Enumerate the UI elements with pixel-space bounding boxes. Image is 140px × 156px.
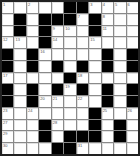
clue-number: 31 bbox=[78, 143, 82, 148]
crossword-cell-white[interactable] bbox=[114, 84, 125, 95]
crossword-cell-white[interactable] bbox=[39, 108, 50, 119]
crossword-cell-white[interactable]: 9 bbox=[52, 26, 63, 37]
crossword-cell-white[interactable]: 27 bbox=[2, 120, 13, 131]
clue-number: 13 bbox=[15, 37, 19, 42]
crossword-cell-white[interactable]: 18 bbox=[77, 73, 88, 84]
crossword-cell-black bbox=[114, 131, 125, 142]
crossword-cell-white[interactable] bbox=[114, 143, 125, 154]
crossword-cell-white[interactable] bbox=[89, 84, 100, 95]
crossword-cell-white[interactable] bbox=[39, 2, 50, 13]
clue-number: 23 bbox=[3, 108, 7, 113]
crossword-cell-white[interactable] bbox=[114, 108, 125, 119]
crossword-cell-black bbox=[102, 61, 113, 72]
crossword-cell-black bbox=[89, 108, 100, 119]
clue-number: 15 bbox=[90, 37, 94, 42]
crossword-cell-black bbox=[2, 61, 13, 72]
crossword-cell-white[interactable] bbox=[114, 26, 125, 37]
crossword-cell-white[interactable] bbox=[64, 37, 75, 48]
crossword-cell-black bbox=[127, 96, 138, 107]
crossword-cell-white[interactable]: 14 bbox=[52, 37, 63, 48]
crossword-cell-black bbox=[14, 14, 25, 25]
crossword-cell-white[interactable]: 11 bbox=[102, 26, 113, 37]
clue-number: 26 bbox=[128, 108, 132, 113]
crossword-cell-white[interactable] bbox=[39, 61, 50, 72]
crossword-cell-black bbox=[52, 143, 63, 154]
crossword-cell-white[interactable] bbox=[77, 120, 88, 131]
clue-number: 19 bbox=[65, 84, 69, 89]
crossword-cell-white[interactable]: 1 bbox=[2, 2, 13, 13]
crossword-cell-white[interactable] bbox=[27, 131, 38, 142]
crossword-cell-white[interactable] bbox=[64, 61, 75, 72]
crossword-cell-white[interactable] bbox=[64, 120, 75, 131]
crossword-cell-black bbox=[77, 84, 88, 95]
crossword-cell-white[interactable] bbox=[52, 108, 63, 119]
crossword-cell-black bbox=[64, 14, 75, 25]
clue-number: 27 bbox=[3, 120, 7, 125]
clue-number: 21 bbox=[53, 96, 57, 101]
clue-number: 12 bbox=[3, 37, 7, 42]
crossword-cell-black bbox=[102, 96, 113, 107]
crossword-cell-white[interactable]: 22 bbox=[77, 96, 88, 107]
crossword-cell-white[interactable] bbox=[39, 143, 50, 154]
crossword-cell-black bbox=[64, 2, 75, 13]
clue-number: 3 bbox=[90, 2, 92, 7]
crossword-cell-white[interactable] bbox=[52, 2, 63, 13]
crossword-cell-black bbox=[64, 143, 75, 154]
clue-number: 28 bbox=[53, 120, 57, 125]
clue-number: 30 bbox=[3, 143, 7, 148]
crossword-cell-white[interactable]: 3 bbox=[89, 2, 100, 13]
crossword-cell-white[interactable]: 16 bbox=[39, 49, 50, 60]
crossword-cell-black bbox=[27, 84, 38, 95]
crossword-cell-black bbox=[52, 84, 63, 95]
clue-number: 22 bbox=[78, 96, 82, 101]
clue-number: 20 bbox=[40, 96, 44, 101]
clue-number: 25 bbox=[103, 108, 107, 113]
crossword-cell-white[interactable] bbox=[127, 131, 138, 142]
crossword-cell-white[interactable]: 15 bbox=[89, 37, 100, 48]
crossword-cell-white[interactable] bbox=[127, 14, 138, 25]
crossword-cell-white[interactable] bbox=[127, 26, 138, 37]
crossword-cell-white[interactable] bbox=[14, 143, 25, 154]
crossword-cell-white[interactable] bbox=[102, 37, 113, 48]
crossword-cell-white[interactable]: 26 bbox=[127, 108, 138, 119]
crossword-cell-black bbox=[27, 61, 38, 72]
crossword-cell-white[interactable]: 28 bbox=[52, 120, 63, 131]
crossword-cell-black bbox=[39, 14, 50, 25]
crossword-cell-white[interactable]: 29 bbox=[2, 131, 13, 142]
clue-number: 5 bbox=[115, 2, 117, 7]
crossword-cell-white[interactable]: 30 bbox=[2, 143, 13, 154]
clue-number: 7 bbox=[78, 14, 80, 19]
crossword-cell-black bbox=[39, 131, 50, 142]
crossword-cell-white[interactable] bbox=[27, 37, 38, 48]
clue-number: 8 bbox=[103, 14, 105, 19]
crossword-cell-white[interactable] bbox=[127, 120, 138, 131]
crossword-cell-white[interactable] bbox=[77, 108, 88, 119]
crossword-cell-black bbox=[2, 96, 13, 107]
crossword-grid: 1234567891011121314151617181920212223242… bbox=[0, 0, 140, 156]
crossword-cell-white[interactable] bbox=[14, 96, 25, 107]
crossword-cell-white[interactable] bbox=[27, 73, 38, 84]
crossword-cell-white[interactable] bbox=[27, 143, 38, 154]
crossword-cell-white[interactable] bbox=[127, 73, 138, 84]
crossword-cell-white[interactable]: 31 bbox=[77, 143, 88, 154]
clue-number: 29 bbox=[3, 131, 7, 136]
crossword-cell-white[interactable]: 10 bbox=[64, 26, 75, 37]
crossword-cell-white[interactable] bbox=[64, 96, 75, 107]
crossword-cell-white[interactable] bbox=[14, 2, 25, 13]
crossword-cell-black bbox=[39, 120, 50, 131]
crossword-cell-white[interactable] bbox=[14, 73, 25, 84]
crossword-cell-white[interactable] bbox=[127, 37, 138, 48]
crossword-cell-black bbox=[2, 84, 13, 95]
clue-number: 17 bbox=[3, 73, 7, 78]
crossword-cell-white[interactable] bbox=[77, 49, 88, 60]
clue-number: 11 bbox=[103, 26, 107, 31]
crossword-cell-black bbox=[64, 73, 75, 84]
crossword-cell-white[interactable] bbox=[102, 143, 113, 154]
crossword-cell-white[interactable] bbox=[114, 61, 125, 72]
crossword-cell-white[interactable] bbox=[89, 49, 100, 60]
clue-number: 1 bbox=[3, 2, 5, 7]
crossword-cell-white[interactable]: 5 bbox=[114, 2, 125, 13]
clue-number: 9 bbox=[53, 26, 55, 31]
crossword-cell-white[interactable] bbox=[64, 108, 75, 119]
crossword-cell-white[interactable] bbox=[2, 26, 13, 37]
crossword-cell-black bbox=[77, 61, 88, 72]
crossword-cell-white[interactable]: 25 bbox=[102, 108, 113, 119]
crossword-cell-white[interactable] bbox=[114, 49, 125, 60]
crossword-cell-black bbox=[52, 61, 63, 72]
crossword-cell-white[interactable]: 7 bbox=[77, 14, 88, 25]
crossword-cell-white[interactable] bbox=[114, 96, 125, 107]
clue-number: 14 bbox=[53, 37, 57, 42]
crossword-cell-white[interactable] bbox=[14, 49, 25, 60]
clue-number: 4 bbox=[103, 2, 105, 7]
crossword-cell-black bbox=[89, 120, 100, 131]
clue-number: 6 bbox=[128, 2, 130, 7]
crossword-cell-black bbox=[52, 14, 63, 25]
crossword-cell-white[interactable]: 20 bbox=[39, 96, 50, 107]
crossword-cell-white[interactable] bbox=[27, 14, 38, 25]
crossword-cell-black bbox=[89, 14, 100, 25]
crossword-cell-white[interactable] bbox=[64, 49, 75, 60]
crossword-cell-white[interactable] bbox=[39, 73, 50, 84]
crossword-cell-white[interactable]: 19 bbox=[64, 84, 75, 95]
crossword-cell-black bbox=[102, 84, 113, 95]
crossword-cell-white[interactable] bbox=[14, 61, 25, 72]
crossword-cell-black bbox=[64, 131, 75, 142]
crossword-cell-black bbox=[2, 49, 13, 60]
crossword-cell-black bbox=[89, 131, 100, 142]
crossword-cell-white[interactable] bbox=[27, 120, 38, 131]
crossword-cell-white[interactable] bbox=[14, 131, 25, 142]
crossword-cell-black bbox=[114, 120, 125, 131]
crossword-cell-black bbox=[77, 131, 88, 142]
crossword-cell-black bbox=[14, 26, 25, 37]
crossword-cell-white[interactable] bbox=[89, 96, 100, 107]
crossword-cell-black bbox=[127, 49, 138, 60]
crossword-cell-white[interactable] bbox=[102, 120, 113, 131]
crossword-cell-white[interactable]: 24 bbox=[27, 108, 38, 119]
crossword-cell-white[interactable]: 8 bbox=[102, 14, 113, 25]
crossword-cell-black bbox=[39, 26, 50, 37]
crossword-cell-white[interactable] bbox=[89, 61, 100, 72]
crossword-cell-black bbox=[39, 37, 50, 48]
crossword-cell-black bbox=[27, 96, 38, 107]
clue-number: 24 bbox=[28, 108, 32, 113]
crossword-cell-white[interactable] bbox=[89, 73, 100, 84]
crossword-cell-white[interactable] bbox=[52, 131, 63, 142]
crossword-cell-white[interactable] bbox=[114, 73, 125, 84]
crossword-cell-white[interactable] bbox=[14, 108, 25, 119]
clue-number: 2 bbox=[28, 2, 30, 7]
crossword-cell-white[interactable]: 17 bbox=[2, 73, 13, 84]
crossword-cell-white[interactable]: 13 bbox=[14, 37, 25, 48]
crossword-cell-white[interactable] bbox=[14, 120, 25, 131]
crossword-cell-white[interactable] bbox=[114, 37, 125, 48]
crossword-cell-black bbox=[127, 84, 138, 95]
crossword-cell-white[interactable] bbox=[77, 37, 88, 48]
crossword-cell-white[interactable] bbox=[39, 84, 50, 95]
crossword-cell-white[interactable] bbox=[114, 14, 125, 25]
crossword-cell-white[interactable] bbox=[102, 73, 113, 84]
crossword-cell-white[interactable] bbox=[52, 73, 63, 84]
crossword-cell-white[interactable]: 2 bbox=[27, 2, 38, 13]
crossword-cell-white[interactable] bbox=[89, 143, 100, 154]
crossword-cell-white[interactable] bbox=[77, 26, 88, 37]
crossword-cell-white[interactable]: 4 bbox=[102, 2, 113, 13]
crossword-cell-black bbox=[102, 49, 113, 60]
crossword-cell-white[interactable] bbox=[27, 26, 38, 37]
clue-number: 16 bbox=[40, 49, 44, 54]
crossword-cell-black bbox=[27, 49, 38, 60]
clue-number: 18 bbox=[78, 73, 82, 78]
crossword-cell-white[interactable] bbox=[102, 131, 113, 142]
crossword-cell-white[interactable] bbox=[14, 84, 25, 95]
crossword-cell-white[interactable] bbox=[2, 14, 13, 25]
crossword-cell-black bbox=[127, 61, 138, 72]
crossword-cell-white[interactable]: 6 bbox=[127, 2, 138, 13]
clue-number: 10 bbox=[65, 26, 69, 31]
crossword-cell-black bbox=[77, 2, 88, 13]
crossword-cell-white[interactable]: 12 bbox=[2, 37, 13, 48]
crossword-cell-white[interactable]: 21 bbox=[52, 96, 63, 107]
crossword-cell-white[interactable]: 23 bbox=[2, 108, 13, 119]
crossword-cell-white[interactable] bbox=[52, 49, 63, 60]
crossword-cell-black bbox=[89, 26, 100, 37]
crossword-cell-white[interactable] bbox=[127, 143, 138, 154]
